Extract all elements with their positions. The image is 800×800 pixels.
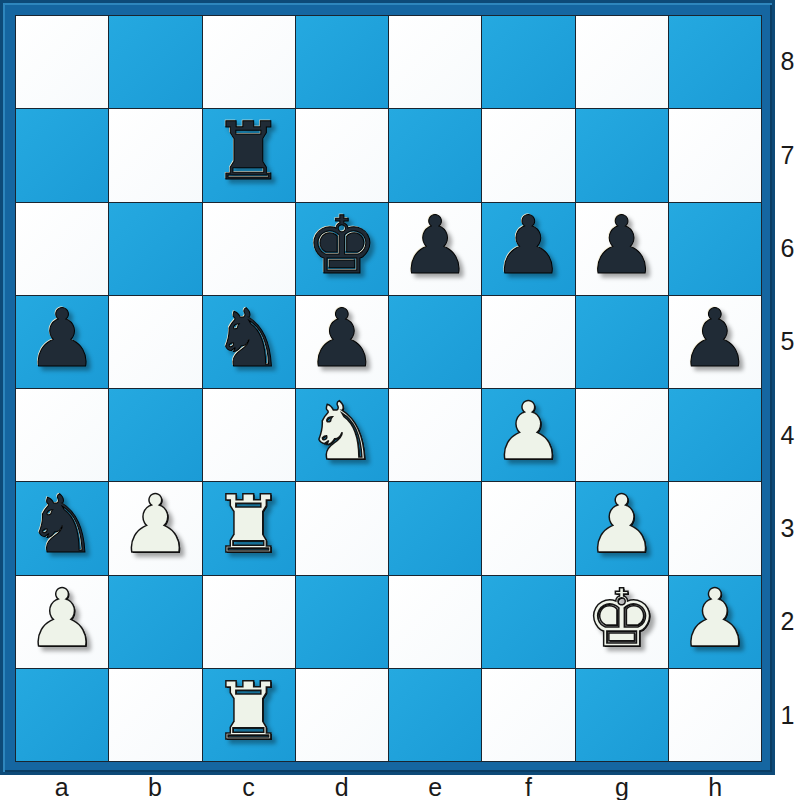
- rank-label-5: 5: [775, 295, 800, 388]
- square-f7[interactable]: [482, 109, 574, 201]
- square-c4[interactable]: [203, 389, 295, 481]
- file-label-g: g: [575, 775, 668, 800]
- square-b6[interactable]: [109, 203, 201, 295]
- square-b1[interactable]: [109, 669, 201, 761]
- square-c5[interactable]: ♞: [203, 296, 295, 388]
- square-h7[interactable]: [669, 109, 761, 201]
- square-c3[interactable]: ♜: [203, 482, 295, 574]
- rank-label-6: 6: [775, 202, 800, 295]
- square-e4[interactable]: [389, 389, 481, 481]
- piece-white-knight[interactable]: ♞: [306, 392, 378, 472]
- square-h4[interactable]: [669, 389, 761, 481]
- square-a4[interactable]: [16, 389, 108, 481]
- square-g7[interactable]: [576, 109, 668, 201]
- piece-white-king[interactable]: ♚: [586, 579, 658, 659]
- square-b5[interactable]: [109, 296, 201, 388]
- file-label-d: d: [295, 775, 388, 800]
- piece-white-pawn[interactable]: ♟: [586, 485, 658, 565]
- square-e3[interactable]: [389, 482, 481, 574]
- square-a8[interactable]: [16, 16, 108, 108]
- square-c7[interactable]: ♜: [203, 109, 295, 201]
- square-d4[interactable]: ♞: [296, 389, 388, 481]
- square-g2[interactable]: ♚: [576, 576, 668, 668]
- rank-label-3: 3: [775, 482, 800, 575]
- square-g5[interactable]: [576, 296, 668, 388]
- square-f6[interactable]: ♟: [482, 203, 574, 295]
- rank-labels: 87654321: [775, 15, 800, 762]
- square-d3[interactable]: [296, 482, 388, 574]
- piece-black-pawn[interactable]: ♟: [679, 299, 751, 379]
- square-f2[interactable]: [482, 576, 574, 668]
- square-e1[interactable]: [389, 669, 481, 761]
- rank-label-1: 1: [775, 669, 800, 762]
- square-b4[interactable]: [109, 389, 201, 481]
- square-f5[interactable]: [482, 296, 574, 388]
- piece-black-knight[interactable]: ♞: [213, 299, 285, 379]
- square-a6[interactable]: [16, 203, 108, 295]
- file-label-c: c: [202, 775, 295, 800]
- square-a2[interactable]: ♟: [16, 576, 108, 668]
- square-c1[interactable]: ♜: [203, 669, 295, 761]
- square-d8[interactable]: [296, 16, 388, 108]
- square-g4[interactable]: [576, 389, 668, 481]
- rank-label-7: 7: [775, 108, 800, 201]
- file-label-b: b: [108, 775, 201, 800]
- file-label-h: h: [669, 775, 762, 800]
- chess-diagram-page: ♜♚♟♟♟♟♞♟♟♞♟♞♟♜♟♟♚♟♜ 87654321 abcdefgh: [0, 0, 800, 800]
- square-c2[interactable]: [203, 576, 295, 668]
- file-label-f: f: [482, 775, 575, 800]
- piece-white-rook[interactable]: ♜: [213, 485, 285, 565]
- piece-black-rook[interactable]: ♜: [213, 112, 285, 192]
- square-c8[interactable]: [203, 16, 295, 108]
- square-d1[interactable]: [296, 669, 388, 761]
- file-label-a: a: [15, 775, 108, 800]
- square-g6[interactable]: ♟: [576, 203, 668, 295]
- chess-board: ♜♚♟♟♟♟♞♟♟♞♟♞♟♜♟♟♚♟♜: [15, 15, 762, 762]
- piece-black-pawn[interactable]: ♟: [586, 206, 658, 286]
- square-d2[interactable]: [296, 576, 388, 668]
- piece-black-pawn[interactable]: ♟: [26, 299, 98, 379]
- square-h1[interactable]: [669, 669, 761, 761]
- piece-black-knight[interactable]: ♞: [26, 485, 98, 565]
- piece-white-pawn[interactable]: ♟: [493, 392, 565, 472]
- rank-label-4: 4: [775, 389, 800, 482]
- square-a3[interactable]: ♞: [16, 482, 108, 574]
- square-h6[interactable]: [669, 203, 761, 295]
- square-f4[interactable]: ♟: [482, 389, 574, 481]
- square-d7[interactable]: [296, 109, 388, 201]
- square-b3[interactable]: ♟: [109, 482, 201, 574]
- square-f1[interactable]: [482, 669, 574, 761]
- square-f3[interactable]: [482, 482, 574, 574]
- square-b7[interactable]: [109, 109, 201, 201]
- square-c6[interactable]: [203, 203, 295, 295]
- rank-label-2: 2: [775, 575, 800, 668]
- square-b2[interactable]: [109, 576, 201, 668]
- square-g1[interactable]: [576, 669, 668, 761]
- square-h8[interactable]: [669, 16, 761, 108]
- square-g3[interactable]: ♟: [576, 482, 668, 574]
- square-e2[interactable]: [389, 576, 481, 668]
- square-e6[interactable]: ♟: [389, 203, 481, 295]
- square-d5[interactable]: ♟: [296, 296, 388, 388]
- piece-white-pawn[interactable]: ♟: [26, 579, 98, 659]
- rank-label-8: 8: [775, 15, 800, 108]
- piece-white-pawn[interactable]: ♟: [679, 579, 751, 659]
- file-labels: abcdefgh: [15, 775, 762, 800]
- square-e8[interactable]: [389, 16, 481, 108]
- piece-black-pawn[interactable]: ♟: [306, 299, 378, 379]
- square-a1[interactable]: [16, 669, 108, 761]
- piece-black-pawn[interactable]: ♟: [399, 206, 471, 286]
- piece-white-pawn[interactable]: ♟: [120, 485, 192, 565]
- piece-white-rook[interactable]: ♜: [213, 672, 285, 752]
- square-a5[interactable]: ♟: [16, 296, 108, 388]
- square-e5[interactable]: [389, 296, 481, 388]
- piece-black-king[interactable]: ♚: [306, 206, 378, 286]
- square-h5[interactable]: ♟: [669, 296, 761, 388]
- square-g8[interactable]: [576, 16, 668, 108]
- piece-black-pawn[interactable]: ♟: [493, 206, 565, 286]
- square-d6[interactable]: ♚: [296, 203, 388, 295]
- square-a7[interactable]: [16, 109, 108, 201]
- square-f8[interactable]: [482, 16, 574, 108]
- square-h2[interactable]: ♟: [669, 576, 761, 668]
- file-label-e: e: [389, 775, 482, 800]
- square-e7[interactable]: [389, 109, 481, 201]
- square-b8[interactable]: [109, 16, 201, 108]
- square-h3[interactable]: [669, 482, 761, 574]
